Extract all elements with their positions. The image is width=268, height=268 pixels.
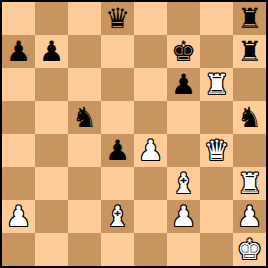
square-b6[interactable] [35, 68, 68, 101]
square-h5[interactable]: ♞ [233, 101, 266, 134]
square-e7[interactable] [134, 35, 167, 68]
white-pawn-piece-a2[interactable]: ♟ [6, 200, 31, 233]
square-e4[interactable]: ♟ [134, 134, 167, 167]
square-f8[interactable] [167, 2, 200, 35]
square-c4[interactable] [68, 134, 101, 167]
square-d1[interactable] [101, 233, 134, 266]
black-knight-piece-h5[interactable]: ♞ [237, 101, 262, 134]
square-h1[interactable]: ♚ [233, 233, 266, 266]
square-a7[interactable]: ♟ [2, 35, 35, 68]
square-g4[interactable]: ♛ [200, 134, 233, 167]
square-h6[interactable] [233, 68, 266, 101]
square-b5[interactable] [35, 101, 68, 134]
white-pawn-piece-h2[interactable]: ♟ [237, 200, 262, 233]
square-d4[interactable]: ♟ [101, 134, 134, 167]
square-a4[interactable] [2, 134, 35, 167]
square-f7[interactable]: ♚ [167, 35, 200, 68]
square-h7[interactable]: ♜ [233, 35, 266, 68]
square-e2[interactable] [134, 200, 167, 233]
square-d8[interactable]: ♛ [101, 2, 134, 35]
square-d3[interactable] [101, 167, 134, 200]
black-king-piece-f7[interactable]: ♚ [171, 35, 196, 68]
square-f4[interactable] [167, 134, 200, 167]
square-b4[interactable] [35, 134, 68, 167]
square-b3[interactable] [35, 167, 68, 200]
square-h8[interactable]: ♜ [233, 2, 266, 35]
square-d5[interactable] [101, 101, 134, 134]
square-e6[interactable] [134, 68, 167, 101]
chess-board: ♛♜♟♟♚♜♟♜♞♞♟♟♛♝♜♟♝♟♟♚ [2, 2, 266, 266]
white-bishop-piece-d2[interactable]: ♝ [105, 200, 130, 233]
white-rook-piece-h3[interactable]: ♜ [237, 167, 262, 200]
square-b1[interactable] [35, 233, 68, 266]
square-a3[interactable] [2, 167, 35, 200]
black-queen-piece-d8[interactable]: ♛ [105, 2, 130, 35]
square-c3[interactable] [68, 167, 101, 200]
square-c6[interactable] [68, 68, 101, 101]
chess-board-frame: ♛♜♟♟♚♜♟♜♞♞♟♟♛♝♜♟♝♟♟♚ [0, 0, 268, 268]
square-c8[interactable] [68, 2, 101, 35]
square-e5[interactable] [134, 101, 167, 134]
square-d2[interactable]: ♝ [101, 200, 134, 233]
black-knight-piece-c5[interactable]: ♞ [72, 101, 97, 134]
square-e1[interactable] [134, 233, 167, 266]
square-f3[interactable]: ♝ [167, 167, 200, 200]
square-a5[interactable] [2, 101, 35, 134]
square-f1[interactable] [167, 233, 200, 266]
black-pawn-piece-f6[interactable]: ♟ [171, 68, 196, 101]
square-d6[interactable] [101, 68, 134, 101]
square-g8[interactable] [200, 2, 233, 35]
square-h3[interactable]: ♜ [233, 167, 266, 200]
white-king-piece-h1[interactable]: ♚ [237, 233, 262, 266]
square-c2[interactable] [68, 200, 101, 233]
square-g1[interactable] [200, 233, 233, 266]
black-rook-piece-h7[interactable]: ♜ [237, 35, 262, 68]
square-f5[interactable] [167, 101, 200, 134]
white-rook-piece-g6[interactable]: ♜ [204, 68, 229, 101]
square-c1[interactable] [68, 233, 101, 266]
white-pawn-piece-f2[interactable]: ♟ [171, 200, 196, 233]
white-pawn-piece-e4[interactable]: ♟ [138, 134, 163, 167]
square-b7[interactable]: ♟ [35, 35, 68, 68]
square-g2[interactable] [200, 200, 233, 233]
square-a8[interactable] [2, 2, 35, 35]
black-pawn-piece-d4[interactable]: ♟ [105, 134, 130, 167]
square-f6[interactable]: ♟ [167, 68, 200, 101]
square-a1[interactable] [2, 233, 35, 266]
square-h4[interactable] [233, 134, 266, 167]
square-g7[interactable] [200, 35, 233, 68]
square-f2[interactable]: ♟ [167, 200, 200, 233]
square-g6[interactable]: ♜ [200, 68, 233, 101]
square-e3[interactable] [134, 167, 167, 200]
black-rook-piece-h8[interactable]: ♜ [237, 2, 262, 35]
square-g3[interactable] [200, 167, 233, 200]
square-b2[interactable] [35, 200, 68, 233]
white-queen-piece-g4[interactable]: ♛ [204, 134, 229, 167]
square-a6[interactable] [2, 68, 35, 101]
square-e8[interactable] [134, 2, 167, 35]
white-bishop-piece-f3[interactable]: ♝ [171, 167, 196, 200]
square-c7[interactable] [68, 35, 101, 68]
square-a2[interactable]: ♟ [2, 200, 35, 233]
square-d7[interactable] [101, 35, 134, 68]
black-pawn-piece-b7[interactable]: ♟ [39, 35, 64, 68]
black-pawn-piece-a7[interactable]: ♟ [6, 35, 31, 68]
square-c5[interactable]: ♞ [68, 101, 101, 134]
square-b8[interactable] [35, 2, 68, 35]
square-h2[interactable]: ♟ [233, 200, 266, 233]
square-g5[interactable] [200, 101, 233, 134]
